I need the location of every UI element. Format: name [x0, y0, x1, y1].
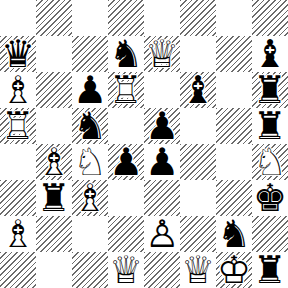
square-f7[interactable] [180, 36, 216, 72]
square-c3[interactable]: ♗ [72, 180, 108, 216]
square-a4[interactable] [0, 144, 36, 180]
white-queen: ♕ [144, 36, 180, 72]
square-e6[interactable] [144, 72, 180, 108]
square-b1[interactable] [36, 252, 72, 288]
square-d3[interactable] [108, 180, 144, 216]
square-c7[interactable] [72, 36, 108, 72]
square-h2[interactable] [252, 216, 288, 252]
square-d2[interactable] [108, 216, 144, 252]
square-f6[interactable]: ♝ [180, 72, 216, 108]
square-h7[interactable]: ♝ [252, 36, 288, 72]
black-pawn: ♟ [144, 144, 180, 180]
square-a2[interactable]: ♗ [0, 216, 36, 252]
square-b5[interactable] [36, 108, 72, 144]
square-f2[interactable] [180, 216, 216, 252]
square-h5[interactable]: ♜ [252, 108, 288, 144]
square-b6[interactable] [36, 72, 72, 108]
square-g6[interactable] [216, 72, 252, 108]
square-d7[interactable]: ♞ [108, 36, 144, 72]
square-e5[interactable]: ♟ [144, 108, 180, 144]
black-rook: ♜ [252, 72, 288, 108]
square-f3[interactable] [180, 180, 216, 216]
square-f1[interactable]: ♕ [180, 252, 216, 288]
square-g5[interactable] [216, 108, 252, 144]
square-b7[interactable] [36, 36, 72, 72]
square-d8[interactable] [108, 0, 144, 36]
chess-board: ♛♞♕♝♗♟♖♝♜♖♞♟♜♗♘♟♟♘♜♗♚♗♙♞♕♕♔♜ [0, 0, 288, 288]
white-pawn: ♙ [144, 216, 180, 252]
white-king: ♔ [216, 252, 252, 288]
white-knight: ♘ [252, 144, 288, 180]
square-h6[interactable]: ♜ [252, 72, 288, 108]
square-a1[interactable] [0, 252, 36, 288]
square-e1[interactable] [144, 252, 180, 288]
square-b8[interactable] [36, 0, 72, 36]
square-g8[interactable] [216, 0, 252, 36]
square-d1[interactable]: ♕ [108, 252, 144, 288]
black-pawn: ♟ [144, 108, 180, 144]
square-e4[interactable]: ♟ [144, 144, 180, 180]
black-bishop: ♝ [180, 72, 216, 108]
white-knight: ♘ [72, 144, 108, 180]
square-h1[interactable]: ♜ [252, 252, 288, 288]
square-g4[interactable] [216, 144, 252, 180]
black-knight: ♞ [108, 36, 144, 72]
black-pawn: ♟ [72, 72, 108, 108]
square-g1[interactable]: ♔ [216, 252, 252, 288]
square-f8[interactable] [180, 0, 216, 36]
square-f4[interactable] [180, 144, 216, 180]
square-c1[interactable] [72, 252, 108, 288]
square-a7[interactable]: ♛ [0, 36, 36, 72]
black-pawn: ♟ [108, 144, 144, 180]
square-b2[interactable] [36, 216, 72, 252]
black-rook: ♜ [252, 252, 288, 288]
square-e7[interactable]: ♕ [144, 36, 180, 72]
square-a6[interactable]: ♗ [0, 72, 36, 108]
black-knight: ♞ [216, 216, 252, 252]
black-knight: ♞ [72, 108, 108, 144]
square-b4[interactable]: ♗ [36, 144, 72, 180]
square-c4[interactable]: ♘ [72, 144, 108, 180]
white-bishop: ♗ [0, 216, 36, 252]
square-a8[interactable] [0, 0, 36, 36]
square-d5[interactable] [108, 108, 144, 144]
square-c8[interactable] [72, 0, 108, 36]
square-h8[interactable] [252, 0, 288, 36]
white-rook: ♖ [108, 72, 144, 108]
square-a5[interactable]: ♖ [0, 108, 36, 144]
square-g2[interactable]: ♞ [216, 216, 252, 252]
square-g3[interactable] [216, 180, 252, 216]
white-bishop: ♗ [0, 72, 36, 108]
black-bishop: ♝ [252, 36, 288, 72]
black-rook: ♜ [252, 108, 288, 144]
square-a3[interactable] [0, 180, 36, 216]
black-king: ♚ [252, 180, 288, 216]
square-e2[interactable]: ♙ [144, 216, 180, 252]
square-c2[interactable] [72, 216, 108, 252]
square-d4[interactable]: ♟ [108, 144, 144, 180]
square-e3[interactable] [144, 180, 180, 216]
square-f5[interactable] [180, 108, 216, 144]
square-h4[interactable]: ♘ [252, 144, 288, 180]
white-bishop: ♗ [36, 144, 72, 180]
square-b3[interactable]: ♜ [36, 180, 72, 216]
white-queen: ♕ [180, 252, 216, 288]
square-h3[interactable]: ♚ [252, 180, 288, 216]
black-queen: ♛ [0, 36, 36, 72]
square-g7[interactable] [216, 36, 252, 72]
square-e8[interactable] [144, 0, 180, 36]
white-bishop: ♗ [72, 180, 108, 216]
square-d6[interactable]: ♖ [108, 72, 144, 108]
white-queen: ♕ [108, 252, 144, 288]
square-c6[interactable]: ♟ [72, 72, 108, 108]
white-rook: ♖ [0, 108, 36, 144]
square-c5[interactable]: ♞ [72, 108, 108, 144]
black-rook: ♜ [36, 180, 72, 216]
